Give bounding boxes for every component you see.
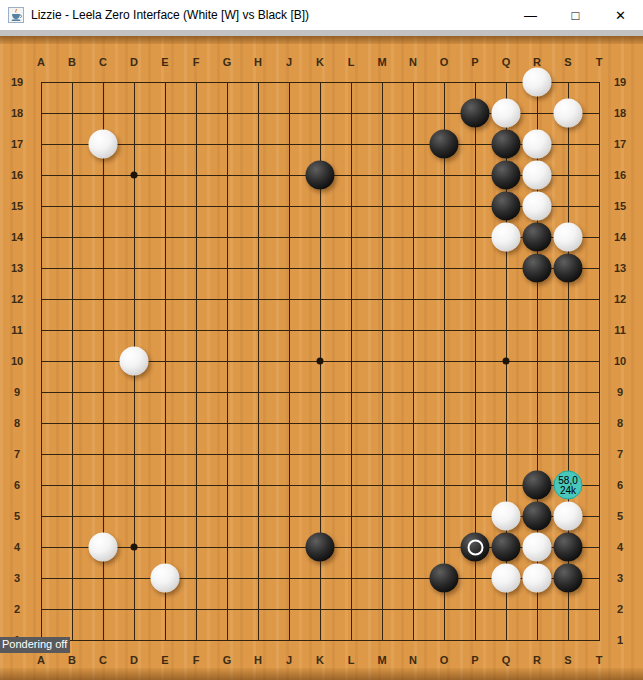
suggestion-move-S6[interactable]: 58,024k — [554, 471, 583, 500]
coord-label: L — [348, 654, 355, 666]
stone-white-D10[interactable] — [120, 347, 149, 376]
coord-label: 15 — [11, 200, 23, 212]
coord-label: G — [223, 56, 232, 68]
coord-label: 6 — [617, 479, 623, 491]
coord-label: K — [316, 56, 324, 68]
coord-label: E — [161, 56, 168, 68]
coord-label: 13 — [11, 262, 23, 274]
minimize-button[interactable]: — — [508, 0, 553, 30]
stone-black-R13[interactable] — [523, 254, 552, 283]
stone-white-E3[interactable] — [151, 564, 180, 593]
grid-vline — [413, 82, 414, 641]
stone-white-R19[interactable] — [523, 68, 552, 97]
grid-vline — [196, 82, 197, 641]
coord-label: 17 — [11, 138, 23, 150]
grid-vline — [289, 82, 290, 641]
title-bar: Lizzie - Leela Zero Interface (White [W]… — [0, 0, 643, 30]
grid-vline — [444, 82, 445, 641]
coord-label: 6 — [14, 479, 20, 491]
stone-black-O3[interactable] — [430, 564, 459, 593]
grid-vline — [599, 82, 600, 641]
coord-label: 7 — [617, 448, 623, 460]
stone-white-S5[interactable] — [554, 502, 583, 531]
coord-label: O — [440, 654, 449, 666]
coord-label: 7 — [14, 448, 20, 460]
coord-label: 5 — [617, 510, 623, 522]
coord-label: G — [223, 654, 232, 666]
stone-white-R17[interactable] — [523, 130, 552, 159]
star-point — [131, 544, 138, 551]
coord-label: R — [533, 654, 541, 666]
coord-label: S — [564, 654, 571, 666]
coord-label: T — [596, 654, 603, 666]
coord-label: 8 — [617, 417, 623, 429]
stone-white-R4[interactable] — [523, 533, 552, 562]
coord-label: 3 — [14, 572, 20, 584]
grid-vline — [382, 82, 383, 641]
coord-label: P — [471, 56, 478, 68]
coord-label: 9 — [617, 386, 623, 398]
stone-white-R3[interactable] — [523, 564, 552, 593]
coord-label: 10 — [614, 355, 626, 367]
coord-label: 17 — [614, 138, 626, 150]
grid-vline — [351, 82, 352, 641]
coord-label: 4 — [14, 541, 20, 553]
coord-label: S — [564, 56, 571, 68]
coord-label: R — [533, 56, 541, 68]
coord-label: 1 — [617, 634, 623, 646]
stone-white-S14[interactable] — [554, 223, 583, 252]
stone-black-P18[interactable] — [461, 99, 490, 128]
coord-label: 13 — [614, 262, 626, 274]
stone-black-O17[interactable] — [430, 130, 459, 159]
stone-white-S18[interactable] — [554, 99, 583, 128]
last-move-marker — [467, 539, 483, 555]
coord-label: 14 — [614, 231, 626, 243]
stone-white-R15[interactable] — [523, 192, 552, 221]
coord-label: 11 — [11, 324, 23, 336]
coord-label: 12 — [11, 293, 23, 305]
coord-label: 8 — [14, 417, 20, 429]
grid-vline — [41, 82, 42, 641]
stone-black-Q17[interactable] — [492, 130, 521, 159]
stone-black-Q15[interactable] — [492, 192, 521, 221]
coord-label: 3 — [617, 572, 623, 584]
coord-label: F — [193, 56, 200, 68]
coord-label: K — [316, 654, 324, 666]
window-controls: — □ ✕ — [508, 0, 643, 30]
coord-label: E — [161, 654, 168, 666]
coord-label: J — [286, 56, 292, 68]
stone-white-Q14[interactable] — [492, 223, 521, 252]
coord-label: Q — [502, 56, 511, 68]
stone-black-K16[interactable] — [306, 161, 335, 190]
star-point — [503, 358, 510, 365]
coord-label: 18 — [11, 107, 23, 119]
stone-white-C17[interactable] — [89, 130, 118, 159]
coord-label: 4 — [617, 541, 623, 553]
coord-label: 14 — [11, 231, 23, 243]
suggestion-winrate: 58,0 — [558, 475, 577, 485]
grid-vline — [72, 82, 73, 641]
stone-white-Q18[interactable] — [492, 99, 521, 128]
coord-label: T — [596, 56, 603, 68]
coord-label: N — [409, 654, 417, 666]
stone-white-C4[interactable] — [89, 533, 118, 562]
star-point — [317, 358, 324, 365]
coord-label: M — [377, 654, 386, 666]
coord-label: 2 — [617, 603, 623, 615]
coord-label: A — [37, 56, 45, 68]
grid-vline — [227, 82, 228, 641]
coord-label: 2 — [14, 603, 20, 615]
close-button[interactable]: ✕ — [598, 0, 643, 30]
coord-label: P — [471, 654, 478, 666]
coord-label: F — [193, 654, 200, 666]
coord-label: C — [99, 654, 107, 666]
coord-label: 5 — [14, 510, 20, 522]
go-board[interactable]: AABBCCDDEEFFGGHHJJKKLLMMNNOOPPQQRRSSTT19… — [0, 36, 643, 680]
coord-label: 19 — [614, 76, 626, 88]
board-top-shadow — [0, 36, 643, 44]
coord-label: D — [130, 654, 138, 666]
coord-label: 15 — [614, 200, 626, 212]
coord-label: 16 — [614, 169, 626, 181]
stone-white-R16[interactable] — [523, 161, 552, 190]
coord-label: H — [254, 654, 262, 666]
coord-label: 9 — [14, 386, 20, 398]
coord-label: A — [37, 654, 45, 666]
stone-black-S4[interactable] — [554, 533, 583, 562]
coord-label: 11 — [614, 324, 626, 336]
maximize-button[interactable]: □ — [553, 0, 598, 30]
app-window: Lizzie - Leela Zero Interface (White [W]… — [0, 0, 643, 680]
stone-white-Q5[interactable] — [492, 502, 521, 531]
coord-label: B — [68, 654, 76, 666]
grid-vline — [165, 82, 166, 641]
suggestion-visits: 24k — [560, 485, 576, 495]
coord-label: Q — [502, 654, 511, 666]
coord-label: D — [130, 56, 138, 68]
stone-black-R14[interactable] — [523, 223, 552, 252]
stone-black-Q4[interactable] — [492, 533, 521, 562]
coord-label: H — [254, 56, 262, 68]
stone-black-S3[interactable] — [554, 564, 583, 593]
grid-vline — [258, 82, 259, 641]
coord-label: 12 — [614, 293, 626, 305]
stone-black-S13[interactable] — [554, 254, 583, 283]
coord-label: 18 — [614, 107, 626, 119]
coord-label: 16 — [11, 169, 23, 181]
stone-white-Q3[interactable] — [492, 564, 521, 593]
stone-black-P4[interactable] — [461, 533, 490, 562]
board-bottom-shadow — [0, 668, 643, 680]
coord-label: 10 — [11, 355, 23, 367]
coord-label: J — [286, 654, 292, 666]
coord-label: N — [409, 56, 417, 68]
coord-label: O — [440, 56, 449, 68]
stone-black-K4[interactable] — [306, 533, 335, 562]
star-point — [131, 172, 138, 179]
coord-label: C — [99, 56, 107, 68]
coord-label: 19 — [11, 76, 23, 88]
coord-label: M — [377, 56, 386, 68]
java-app-icon — [8, 7, 24, 23]
stone-black-R6[interactable] — [523, 471, 552, 500]
pondering-status: Pondering off — [0, 637, 70, 653]
stone-black-Q16[interactable] — [492, 161, 521, 190]
window-title: Lizzie - Leela Zero Interface (White [W]… — [31, 8, 309, 22]
coord-label: L — [348, 56, 355, 68]
stone-black-R5[interactable] — [523, 502, 552, 531]
coord-label: B — [68, 56, 76, 68]
